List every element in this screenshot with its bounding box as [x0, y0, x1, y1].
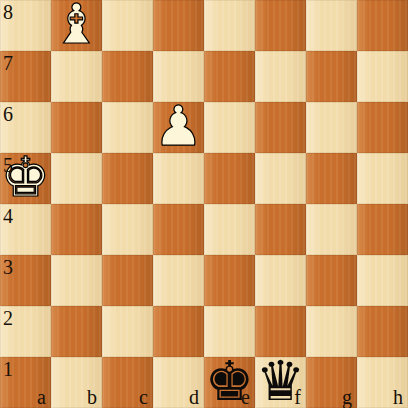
square-h2[interactable] [357, 306, 408, 357]
square-a8[interactable]: 8 [0, 0, 51, 51]
white-pawn-d6[interactable]: ♟ [154, 99, 203, 154]
square-g2[interactable] [306, 306, 357, 357]
square-e6[interactable] [204, 102, 255, 153]
file-label-g: g [342, 387, 352, 407]
square-c2[interactable] [102, 306, 153, 357]
square-d4[interactable] [153, 204, 204, 255]
square-h5[interactable] [357, 153, 408, 204]
square-e3[interactable] [204, 255, 255, 306]
square-h8[interactable] [357, 0, 408, 51]
square-b1[interactable]: b [51, 357, 102, 408]
rank-label-5: 5 [3, 155, 13, 175]
square-h4[interactable] [357, 204, 408, 255]
square-f7[interactable] [255, 51, 306, 102]
square-h7[interactable] [357, 51, 408, 102]
square-c6[interactable] [102, 102, 153, 153]
square-g3[interactable] [306, 255, 357, 306]
square-a2[interactable]: 2 [0, 306, 51, 357]
square-b4[interactable] [51, 204, 102, 255]
file-label-a: a [37, 387, 46, 407]
square-c5[interactable] [102, 153, 153, 204]
square-a3[interactable]: 3 [0, 255, 51, 306]
square-h6[interactable] [357, 102, 408, 153]
square-f8[interactable] [255, 0, 306, 51]
file-label-h: h [393, 387, 403, 407]
file-label-f: f [294, 387, 301, 407]
square-e1[interactable]: e♚ [204, 357, 255, 408]
square-b6[interactable] [51, 102, 102, 153]
square-a5[interactable]: 5♚ [0, 153, 51, 204]
file-label-c: c [139, 387, 148, 407]
square-f1[interactable]: f♛ [255, 357, 306, 408]
square-a7[interactable]: 7 [0, 51, 51, 102]
square-d5[interactable] [153, 153, 204, 204]
square-c8[interactable] [102, 0, 153, 51]
square-c7[interactable] [102, 51, 153, 102]
square-e8[interactable] [204, 0, 255, 51]
file-label-d: d [189, 387, 199, 407]
square-d8[interactable] [153, 0, 204, 51]
square-b7[interactable] [51, 51, 102, 102]
square-f4[interactable] [255, 204, 306, 255]
square-g7[interactable] [306, 51, 357, 102]
square-g8[interactable] [306, 0, 357, 51]
square-b8[interactable]: ♝ [51, 0, 102, 51]
rank-label-4: 4 [3, 206, 13, 226]
white-bishop-b8[interactable]: ♝ [52, 0, 101, 52]
square-c1[interactable]: c [102, 357, 153, 408]
square-c3[interactable] [102, 255, 153, 306]
square-a4[interactable]: 4 [0, 204, 51, 255]
rank-label-3: 3 [3, 257, 13, 277]
square-d1[interactable]: d [153, 357, 204, 408]
square-h1[interactable]: h [357, 357, 408, 408]
file-label-b: b [87, 387, 97, 407]
square-b5[interactable] [51, 153, 102, 204]
square-e7[interactable] [204, 51, 255, 102]
square-g1[interactable]: g [306, 357, 357, 408]
rank-label-7: 7 [3, 53, 13, 73]
square-g6[interactable] [306, 102, 357, 153]
file-label-e: e [241, 387, 250, 407]
rank-label-2: 2 [3, 308, 13, 328]
square-h3[interactable] [357, 255, 408, 306]
square-g5[interactable] [306, 153, 357, 204]
square-e5[interactable] [204, 153, 255, 204]
square-f5[interactable] [255, 153, 306, 204]
chess-board: 8♝76♟5♚4321abcde♚f♛gh [0, 0, 408, 408]
square-b2[interactable] [51, 306, 102, 357]
square-g4[interactable] [306, 204, 357, 255]
square-f6[interactable] [255, 102, 306, 153]
square-d3[interactable] [153, 255, 204, 306]
square-b3[interactable] [51, 255, 102, 306]
square-d6[interactable]: ♟ [153, 102, 204, 153]
square-d2[interactable] [153, 306, 204, 357]
rank-label-1: 1 [3, 359, 13, 379]
square-c4[interactable] [102, 204, 153, 255]
square-a1[interactable]: 1a [0, 357, 51, 408]
rank-label-6: 6 [3, 104, 13, 124]
square-f3[interactable] [255, 255, 306, 306]
rank-label-8: 8 [3, 2, 13, 22]
square-e4[interactable] [204, 204, 255, 255]
